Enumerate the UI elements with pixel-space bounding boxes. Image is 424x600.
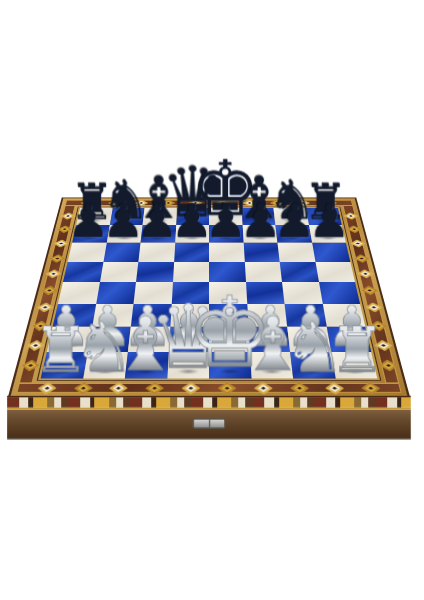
- square-c5[interactable]: [136, 262, 174, 282]
- hinge-icon: [192, 418, 225, 429]
- mosaic-diamond: [41, 286, 57, 295]
- mosaic-diamond: [53, 240, 68, 248]
- square-g6[interactable]: [277, 243, 315, 262]
- square-h6[interactable]: [312, 243, 351, 262]
- mosaic-diamond: [290, 382, 308, 394]
- square-f6[interactable]: [243, 243, 279, 262]
- mosaic-diamond: [326, 382, 344, 394]
- square-g7[interactable]: ♟: [275, 225, 311, 243]
- mosaic-diamond: [350, 240, 365, 248]
- mosaic-diamond: [254, 382, 272, 394]
- mosaic-diamond: [49, 254, 64, 262]
- square-e7[interactable]: ♟: [209, 225, 243, 243]
- box-front-edge: [7, 396, 411, 438]
- square-h1[interactable]: ♜: [331, 352, 378, 379]
- mosaic-diamond: [354, 254, 369, 262]
- square-e6[interactable]: [209, 243, 244, 262]
- mosaic-diamond: [45, 270, 60, 279]
- mosaic-border-bottom: [16, 383, 402, 392]
- mosaic-diamond: [182, 382, 200, 394]
- box-side-wood: [7, 410, 411, 440]
- square-g5[interactable]: [280, 262, 319, 282]
- mosaic-diamond: [362, 382, 380, 394]
- square-b5[interactable]: [100, 262, 139, 282]
- mosaic-diamond: [74, 382, 92, 394]
- board-frame: ♜♞♝♛♚♝♞♜♟♟♟♟♟♟♟♟♟♟♟♟♟♟♟♟♜♞♝♛♚♝♞♜: [8, 198, 410, 398]
- square-a5[interactable]: [63, 262, 103, 282]
- square-c6[interactable]: [138, 243, 174, 262]
- board-grid: ♜♞♝♛♚♝♞♜♟♟♟♟♟♟♟♟♟♟♟♟♟♟♟♟♜♞♝♛♚♝♞♜: [38, 207, 380, 380]
- square-h7[interactable]: ♟: [309, 225, 346, 243]
- square-h5[interactable]: [315, 262, 355, 282]
- mosaic-diamond: [357, 270, 372, 279]
- mosaic-diamond: [146, 382, 164, 394]
- chess-set-photo: ♜♞♝♛♚♝♞♜♟♟♟♟♟♟♟♟♟♟♟♟♟♟♟♟♜♞♝♛♚♝♞♜: [0, 0, 424, 600]
- chess-board: ♜♞♝♛♚♝♞♜♟♟♟♟♟♟♟♟♟♟♟♟♟♟♟♟♜♞♝♛♚♝♞♜: [8, 198, 410, 398]
- inlay-stripe-band: [7, 396, 411, 410]
- square-b6[interactable]: [103, 243, 141, 262]
- piece-white-rook[interactable]: ♜: [329, 319, 385, 382]
- square-a6[interactable]: [68, 243, 107, 262]
- mosaic-diamond: [218, 382, 236, 394]
- square-d6[interactable]: [174, 243, 209, 262]
- mosaic-diamond: [361, 286, 377, 295]
- mosaic-diamond: [110, 382, 128, 394]
- mosaic-diamond: [38, 382, 56, 394]
- square-f7[interactable]: ♟: [242, 225, 277, 243]
